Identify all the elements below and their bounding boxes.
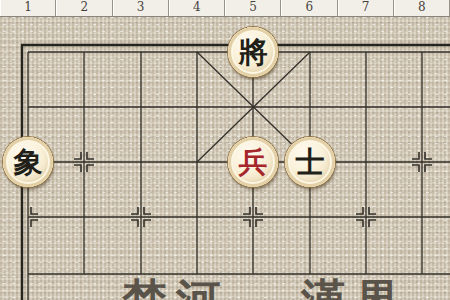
piece-red-soldier[interactable]: 兵 — [228, 137, 278, 187]
piece-glyph: 象 — [14, 148, 43, 177]
ruler-cell-3: 3 — [113, 0, 169, 16]
ruler-cell-7: 7 — [338, 0, 394, 16]
piece-glyph: 將 — [239, 38, 268, 67]
ruler-cell-2: 2 — [56, 0, 112, 16]
river-text-left: 楚河 — [122, 279, 230, 300]
ruler-cell-6: 6 — [281, 0, 337, 16]
piece-black-advisor[interactable]: 士 — [285, 137, 335, 187]
river-text-right: 漢界 — [301, 279, 409, 300]
ruler-cell-4: 4 — [169, 0, 225, 16]
piece-black-elephant[interactable]: 象 — [3, 137, 53, 187]
piece-black-general[interactable]: 將 — [228, 27, 278, 77]
ruler-cell-8: 8 — [394, 0, 450, 16]
piece-glyph: 士 — [296, 148, 325, 177]
xiangqi-app-window: 12345678 將象兵士 楚河 漢界 — [0, 0, 450, 300]
board-grid — [0, 0, 450, 300]
column-ruler: 12345678 — [0, 0, 450, 17]
ruler-cell-5: 5 — [225, 0, 281, 16]
piece-glyph: 兵 — [239, 148, 268, 177]
ruler-cell-1: 1 — [0, 0, 56, 16]
